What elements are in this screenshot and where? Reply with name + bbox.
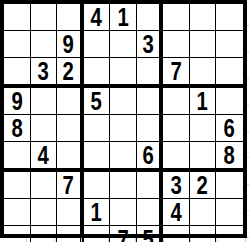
cell-r4c3[interactable]	[57, 88, 84, 115]
cell-r2c8[interactable]	[190, 31, 217, 58]
cell-r5c7[interactable]	[163, 115, 190, 142]
sudoku-board: 4193327951864687321475	[0, 0, 247, 238]
cell-r7c6[interactable]	[137, 172, 164, 199]
cell-r4c5[interactable]	[110, 88, 137, 115]
given-digit: 4	[170, 199, 181, 225]
cell-r6c2[interactable]: 4	[31, 142, 58, 172]
cell-r4c6[interactable]	[137, 88, 164, 115]
given-digit: 4	[91, 4, 102, 30]
cell-r7c9[interactable]	[216, 172, 243, 199]
cell-r6c4[interactable]	[84, 142, 111, 172]
cell-r1c7[interactable]	[163, 4, 190, 31]
cell-r6c8[interactable]	[190, 142, 217, 172]
cell-r6c9[interactable]: 8	[216, 142, 243, 172]
cell-r5c8[interactable]	[190, 115, 217, 142]
cell-r6c1[interactable]	[4, 142, 31, 172]
given-digit: 3	[170, 172, 181, 198]
cell-r3c5[interactable]	[110, 58, 137, 88]
cell-r6c7[interactable]	[163, 142, 190, 172]
cell-r2c7[interactable]	[163, 31, 190, 58]
cell-r2c5[interactable]	[110, 31, 137, 58]
cell-r4c1[interactable]: 9	[4, 88, 31, 115]
given-digit: 9	[11, 88, 22, 114]
given-digit: 5	[91, 88, 102, 114]
cell-r3c4[interactable]	[84, 58, 111, 88]
cell-r1c5[interactable]: 1	[110, 4, 137, 31]
cell-r3c8[interactable]	[190, 58, 217, 88]
cell-r1c3[interactable]	[57, 4, 84, 31]
cell-r1c6[interactable]	[137, 4, 164, 31]
cell-r3c3[interactable]: 2	[57, 58, 84, 88]
cell-r6c5[interactable]	[110, 142, 137, 172]
given-digit: 6	[224, 115, 235, 141]
cell-r2c2[interactable]	[31, 31, 58, 58]
sudoku-page: 4193327951864687321475	[0, 0, 249, 242]
cell-r3c6[interactable]	[137, 58, 164, 88]
cell-r8c5[interactable]	[110, 199, 137, 226]
cell-r7c8[interactable]: 2	[190, 172, 217, 199]
cell-r7c1[interactable]	[4, 172, 31, 199]
cell-r7c5[interactable]	[110, 172, 137, 199]
cell-r5c3[interactable]	[57, 115, 84, 142]
given-digit: 8	[224, 142, 235, 168]
cell-r2c9[interactable]	[216, 31, 243, 58]
given-digit: 3	[142, 31, 153, 57]
cell-r3c2[interactable]: 3	[31, 58, 58, 88]
given-digit: 1	[91, 199, 102, 225]
cell-r5c6[interactable]	[137, 115, 164, 142]
cell-r8c4[interactable]: 1	[84, 199, 111, 226]
cell-r7c7[interactable]: 3	[163, 172, 190, 199]
given-digit: 2	[197, 172, 208, 198]
cell-r5c4[interactable]	[84, 115, 111, 142]
cell-r4c4[interactable]: 5	[84, 88, 111, 115]
given-digit: 7	[63, 172, 74, 198]
cell-r3c1[interactable]	[4, 58, 31, 88]
cell-r1c4[interactable]: 4	[84, 4, 111, 31]
cell-r8c8[interactable]	[190, 199, 217, 226]
given-digit: 4	[38, 142, 49, 168]
cell-r8c3[interactable]	[57, 199, 84, 226]
cell-r5c2[interactable]	[31, 115, 58, 142]
given-digit: 1	[117, 4, 128, 30]
cell-r8c9[interactable]	[216, 199, 243, 226]
given-digit: 6	[142, 142, 153, 168]
cell-r8c1[interactable]	[4, 199, 31, 226]
cell-r2c3[interactable]: 9	[57, 31, 84, 58]
cell-r1c1[interactable]	[4, 4, 31, 31]
cell-r2c1[interactable]	[4, 31, 31, 58]
cell-r1c8[interactable]	[190, 4, 217, 31]
cell-r4c7[interactable]	[163, 88, 190, 115]
cell-r4c9[interactable]	[216, 88, 243, 115]
cell-r6c6[interactable]: 6	[137, 142, 164, 172]
cell-r8c2[interactable]	[31, 199, 58, 226]
cell-r1c2[interactable]	[31, 4, 58, 31]
spreadsheet-gridline-stubs-bottom	[0, 238, 249, 242]
given-digit: 9	[63, 31, 74, 57]
cell-r4c2[interactable]	[31, 88, 58, 115]
cell-r7c4[interactable]	[84, 172, 111, 199]
cell-r7c3[interactable]: 7	[57, 172, 84, 199]
given-digit: 7	[170, 58, 181, 84]
cell-r7c2[interactable]	[31, 172, 58, 199]
cell-r8c7[interactable]: 4	[163, 199, 190, 226]
cell-r3c9[interactable]	[216, 58, 243, 88]
given-digit: 1	[197, 88, 208, 114]
cell-r5c5[interactable]	[110, 115, 137, 142]
cell-r3c7[interactable]: 7	[163, 58, 190, 88]
cell-r5c9[interactable]: 6	[216, 115, 243, 142]
spreadsheet-gridline-stubs-right	[247, 0, 249, 238]
cell-r2c4[interactable]	[84, 31, 111, 58]
cell-r2c6[interactable]: 3	[137, 31, 164, 58]
cell-r1c9[interactable]	[216, 4, 243, 31]
cell-r5c1[interactable]: 8	[4, 115, 31, 142]
cell-r6c3[interactable]	[57, 142, 84, 172]
given-digit: 3	[38, 58, 49, 84]
given-digit: 8	[11, 115, 22, 141]
cell-r8c6[interactable]	[137, 199, 164, 226]
cell-r4c8[interactable]: 1	[190, 88, 217, 115]
given-digit: 2	[63, 58, 74, 84]
